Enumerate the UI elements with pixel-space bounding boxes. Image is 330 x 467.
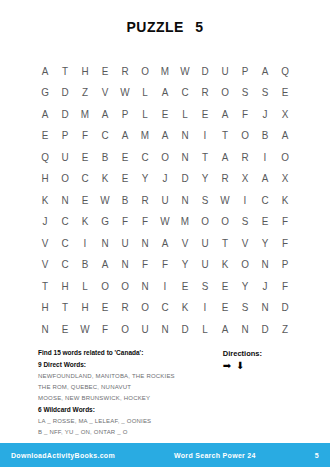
bottom-panel: Find 15 words related to 'Canada': 9 Dir… bbox=[38, 349, 262, 440]
direct-words-heading: 9 Direct Words: bbox=[38, 361, 175, 368]
grid-cell[interactable]: O bbox=[236, 254, 254, 276]
grid-cell[interactable]: O bbox=[276, 146, 294, 168]
grid-cell[interactable]: A bbox=[156, 125, 174, 147]
grid-cell[interactable]: H bbox=[36, 297, 54, 319]
grid-cell[interactable]: N bbox=[56, 189, 74, 211]
grid-cell[interactable]: T bbox=[56, 297, 74, 319]
grid-cell[interactable]: S bbox=[196, 189, 214, 211]
grid-cell[interactable]: E bbox=[116, 168, 134, 190]
grid-cell[interactable]: O bbox=[116, 318, 134, 340]
grid-cell[interactable]: E bbox=[56, 318, 74, 340]
grid-cell[interactable]: O bbox=[216, 82, 234, 104]
find-words-heading: Find 15 words related to 'Canada': bbox=[38, 349, 175, 356]
grid-cell[interactable]: C bbox=[256, 189, 274, 211]
grid-cell[interactable]: J bbox=[156, 168, 174, 190]
grid-cell[interactable]: F bbox=[136, 211, 154, 233]
grid-cell[interactable]: C bbox=[56, 254, 74, 276]
grid-cell[interactable]: T bbox=[196, 146, 214, 168]
grid-cell[interactable]: O bbox=[116, 275, 134, 297]
grid-cell[interactable]: A bbox=[96, 103, 114, 125]
grid-cell[interactable]: U bbox=[116, 232, 134, 254]
grid-cell[interactable]: X bbox=[236, 168, 254, 190]
grid-cell[interactable]: E bbox=[256, 211, 274, 233]
grid-cell[interactable]: K bbox=[76, 211, 94, 233]
grid-cell[interactable]: L bbox=[136, 82, 154, 104]
grid-cell[interactable]: V bbox=[176, 232, 194, 254]
grid-cell[interactable]: A bbox=[216, 103, 234, 125]
grid-cell[interactable]: J bbox=[36, 211, 54, 233]
grid-cell[interactable]: A bbox=[96, 254, 114, 276]
grid-cell[interactable]: R bbox=[236, 146, 254, 168]
right-arrow-icon: ➡ bbox=[223, 361, 232, 371]
grid-cell[interactable]: K bbox=[36, 189, 54, 211]
grid-cell[interactable]: M bbox=[136, 125, 154, 147]
page: { "game": "word-search", "title": "PUZZL… bbox=[0, 0, 330, 467]
grid-cell[interactable]: R bbox=[216, 168, 234, 190]
grid-cell[interactable]: U bbox=[216, 60, 234, 82]
grid-cell[interactable]: Y bbox=[236, 275, 254, 297]
grid-cell[interactable]: O bbox=[136, 60, 154, 82]
grid-cell[interactable]: P bbox=[276, 254, 294, 276]
word-list-panel: Find 15 words related to 'Canada': 9 Dir… bbox=[38, 349, 175, 440]
grid-cell[interactable]: N bbox=[176, 189, 194, 211]
grid-cell[interactable]: A bbox=[256, 60, 274, 82]
grid-cell[interactable]: U bbox=[196, 232, 214, 254]
grid-cell[interactable]: W bbox=[116, 82, 134, 104]
grid-cell[interactable]: O bbox=[56, 168, 74, 190]
grid-cell[interactable]: I bbox=[236, 189, 254, 211]
grid-cell[interactable]: R bbox=[136, 189, 154, 211]
footer-book-title: Word Search Power 24 bbox=[174, 452, 256, 459]
grid-cell[interactable]: E bbox=[176, 275, 194, 297]
grid-cell[interactable]: N bbox=[176, 146, 194, 168]
grid-cell[interactable]: N bbox=[156, 318, 174, 340]
grid-cell[interactable]: D bbox=[56, 103, 74, 125]
grid-cell[interactable]: A bbox=[36, 60, 54, 82]
grid-cell[interactable]: I bbox=[196, 297, 214, 319]
grid-cell[interactable]: F bbox=[276, 275, 294, 297]
grid-cell[interactable]: E bbox=[276, 82, 294, 104]
grid-cell[interactable]: A bbox=[216, 146, 234, 168]
grid-cell[interactable]: D bbox=[196, 60, 214, 82]
grid-cell[interactable]: S bbox=[236, 297, 254, 319]
grid-cell[interactable]: V bbox=[236, 232, 254, 254]
grid-cell[interactable]: H bbox=[76, 60, 94, 82]
grid-cell[interactable]: W bbox=[216, 189, 234, 211]
grid-cell[interactable]: N bbox=[96, 232, 114, 254]
grid-cell[interactable]: C bbox=[156, 297, 174, 319]
grid-cell[interactable]: I bbox=[256, 146, 274, 168]
grid-cell[interactable]: O bbox=[136, 297, 154, 319]
grid-cell[interactable]: Y bbox=[176, 254, 194, 276]
grid-cell[interactable]: W bbox=[76, 318, 94, 340]
grid-cell[interactable]: U bbox=[196, 254, 214, 276]
footer-page-number: 5 bbox=[315, 452, 319, 459]
grid-cell[interactable]: E bbox=[96, 60, 114, 82]
grid-cell[interactable]: D bbox=[56, 82, 74, 104]
grid-cell[interactable]: E bbox=[36, 125, 54, 147]
grid-cell[interactable]: B bbox=[256, 125, 274, 147]
grid-cell[interactable]: K bbox=[176, 297, 194, 319]
word-search-grid: ATHEROMWDUPAQGDZVWLACROSSEADMAPLELEAFJXE… bbox=[35, 60, 295, 340]
grid-cell[interactable]: Q bbox=[276, 60, 294, 82]
grid-cell[interactable]: Z bbox=[76, 82, 94, 104]
grid-cell[interactable]: I bbox=[156, 275, 174, 297]
grid-cell[interactable]: T bbox=[56, 60, 74, 82]
grid-cell[interactable]: N bbox=[116, 254, 134, 276]
grid-cell[interactable]: I bbox=[76, 232, 94, 254]
grid-cell[interactable]: F bbox=[276, 211, 294, 233]
grid-cell[interactable]: N bbox=[136, 275, 154, 297]
puzzle-title: PUZZLE 5 bbox=[0, 0, 330, 35]
grid-cell[interactable]: E bbox=[76, 146, 94, 168]
grid-cell[interactable]: N bbox=[256, 254, 274, 276]
grid-cell[interactable]: F bbox=[236, 103, 254, 125]
grid-cell[interactable]: D bbox=[176, 318, 194, 340]
grid-cell[interactable]: G bbox=[96, 211, 114, 233]
grid-cell[interactable]: C bbox=[136, 146, 154, 168]
grid-cell[interactable]: F bbox=[96, 318, 114, 340]
grid-cell[interactable]: L bbox=[136, 103, 154, 125]
footer-bar: DownloadActivityBooks.com Word Search Po… bbox=[0, 443, 330, 467]
grid-cell[interactable]: F bbox=[156, 254, 174, 276]
grid-cell[interactable]: R bbox=[196, 82, 214, 104]
grid-cell[interactable]: C bbox=[76, 168, 94, 190]
grid-cell[interactable]: E bbox=[216, 297, 234, 319]
grid-cell[interactable]: F bbox=[276, 232, 294, 254]
grid-cell[interactable]: P bbox=[56, 125, 74, 147]
grid-cell[interactable]: P bbox=[116, 103, 134, 125]
grid-cell[interactable]: U bbox=[56, 146, 74, 168]
grid-cell[interactable]: F bbox=[136, 254, 154, 276]
grid-cell[interactable]: S bbox=[196, 275, 214, 297]
footer-website: DownloadActivityBooks.com bbox=[11, 452, 115, 459]
grid-cell[interactable]: K bbox=[96, 168, 114, 190]
grid-cell[interactable]: K bbox=[216, 254, 234, 276]
grid-cell[interactable]: D bbox=[276, 297, 294, 319]
grid-cell[interactable]: V bbox=[36, 254, 54, 276]
directions-label: Directions: bbox=[223, 349, 262, 358]
wildcard-words-line: B _ NFF, YU _ ON, ONTAR _ O bbox=[38, 429, 175, 435]
grid-cell[interactable]: Q bbox=[36, 146, 54, 168]
grid-cell[interactable]: E bbox=[156, 103, 174, 125]
grid-cell[interactable]: J bbox=[256, 275, 274, 297]
grid-cell[interactable]: U bbox=[156, 189, 174, 211]
grid-cell[interactable]: N bbox=[36, 318, 54, 340]
grid-cell[interactable]: X bbox=[276, 168, 294, 190]
grid-cell[interactable]: R bbox=[116, 297, 134, 319]
grid-cell[interactable]: P bbox=[236, 60, 254, 82]
down-arrow-icon: ⬇ bbox=[236, 361, 245, 371]
grid-cell[interactable]: Y bbox=[136, 168, 154, 190]
grid-cell[interactable]: A bbox=[276, 125, 294, 147]
grid-cell[interactable]: A bbox=[156, 232, 174, 254]
grid-cell[interactable]: H bbox=[56, 275, 74, 297]
grid-cell[interactable]: S bbox=[236, 82, 254, 104]
grid-cell[interactable]: B bbox=[76, 254, 94, 276]
grid-cell[interactable]: Y bbox=[256, 232, 274, 254]
grid-cell[interactable]: O bbox=[96, 275, 114, 297]
grid-cell[interactable]: K bbox=[276, 189, 294, 211]
grid-cell[interactable]: V bbox=[96, 82, 114, 104]
grid-cell[interactable]: W bbox=[176, 60, 194, 82]
grid-cell[interactable]: T bbox=[216, 232, 234, 254]
grid-cell[interactable]: B bbox=[116, 189, 134, 211]
grid-cell[interactable]: E bbox=[96, 297, 114, 319]
grid-cell[interactable]: M bbox=[176, 211, 194, 233]
grid-cell[interactable]: O bbox=[236, 125, 254, 147]
grid-cell[interactable]: G bbox=[36, 82, 54, 104]
grid-cell[interactable]: C bbox=[96, 125, 114, 147]
grid-cell[interactable]: A bbox=[36, 103, 54, 125]
grid-cell[interactable]: N bbox=[256, 297, 274, 319]
grid-cell[interactable]: A bbox=[116, 125, 134, 147]
grid-cell[interactable]: M bbox=[76, 103, 94, 125]
grid-cell[interactable]: W bbox=[96, 189, 114, 211]
grid-cell[interactable]: V bbox=[36, 232, 54, 254]
grid-cell[interactable]: E bbox=[216, 275, 234, 297]
grid-cell[interactable]: E bbox=[76, 189, 94, 211]
grid-cell[interactable]: Y bbox=[196, 168, 214, 190]
grid-cell[interactable]: O bbox=[216, 211, 234, 233]
wildcard-words-line: LA _ ROSSE, MA _ LELEAF, _ OONIES bbox=[38, 418, 175, 424]
grid-cell[interactable]: H bbox=[36, 168, 54, 190]
grid-cell[interactable]: L bbox=[196, 318, 214, 340]
grid-cell[interactable]: U bbox=[136, 318, 154, 340]
grid-cell[interactable]: T bbox=[216, 125, 234, 147]
grid-cell[interactable]: S bbox=[236, 211, 254, 233]
grid-cell[interactable]: O bbox=[196, 211, 214, 233]
grid-cell[interactable]: C bbox=[176, 82, 194, 104]
grid-cell[interactable]: T bbox=[36, 275, 54, 297]
grid-cell[interactable]: D bbox=[176, 168, 194, 190]
grid-cell[interactable]: F bbox=[116, 211, 134, 233]
direct-words-line: NEWFOUNDLAND, MANITOBA, THE ROCKIES bbox=[38, 373, 175, 379]
grid-cell[interactable]: A bbox=[156, 82, 174, 104]
grid-cell[interactable]: L bbox=[76, 275, 94, 297]
grid-cell[interactable]: N bbox=[136, 232, 154, 254]
grid-cell[interactable]: R bbox=[116, 60, 134, 82]
grid-cell[interactable]: W bbox=[156, 211, 174, 233]
grid-cell[interactable]: O bbox=[156, 146, 174, 168]
grid-cell[interactable]: C bbox=[56, 211, 74, 233]
wildcard-words-heading: 6 Wildcard Words: bbox=[38, 406, 175, 413]
grid-cell[interactable]: B bbox=[96, 146, 114, 168]
grid-cell[interactable]: J bbox=[256, 103, 274, 125]
grid-cell[interactable]: A bbox=[256, 168, 274, 190]
direct-words-line: MOOSE, NEW BRUNSWICK, HOCKEY bbox=[38, 395, 175, 401]
grid-cell[interactable]: E bbox=[116, 146, 134, 168]
grid-cell[interactable]: D bbox=[256, 318, 274, 340]
directions-panel: Directions: ➡ ⬇ bbox=[223, 349, 262, 371]
grid-cell[interactable]: L bbox=[176, 103, 194, 125]
grid-cell[interactable]: I bbox=[196, 125, 214, 147]
direction-arrows: ➡ ⬇ bbox=[223, 361, 262, 371]
grid-cell[interactable]: C bbox=[56, 232, 74, 254]
grid-cell[interactable]: N bbox=[236, 318, 254, 340]
direct-words-line: THE ROM, QUEBEC, NUNAVUT bbox=[38, 384, 175, 390]
grid-cell[interactable]: Z bbox=[276, 318, 294, 340]
grid-cell[interactable]: N bbox=[176, 125, 194, 147]
grid-cell[interactable]: E bbox=[196, 103, 214, 125]
grid-cell[interactable]: S bbox=[256, 82, 274, 104]
grid-cell[interactable]: M bbox=[156, 60, 174, 82]
grid-cell[interactable]: H bbox=[76, 297, 94, 319]
grid-cell[interactable]: A bbox=[216, 318, 234, 340]
grid-cell[interactable]: F bbox=[76, 125, 94, 147]
grid-cell[interactable]: X bbox=[276, 103, 294, 125]
